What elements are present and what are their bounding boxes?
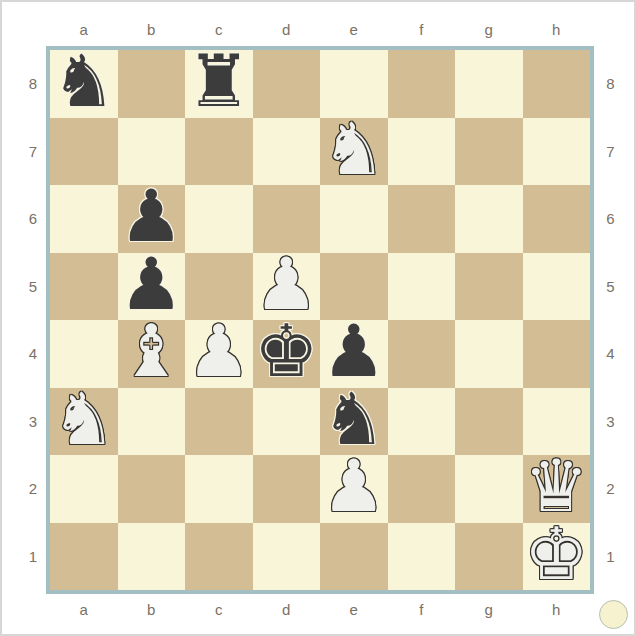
square-e1[interactable] xyxy=(320,523,388,591)
square-h4[interactable] xyxy=(523,320,591,388)
piece-black-pawn-b6[interactable]: ♟ xyxy=(119,183,184,251)
square-c8[interactable]: ♜ xyxy=(185,50,253,118)
piece-white-knight-a3[interactable]: ♞ xyxy=(51,386,116,454)
square-d8[interactable] xyxy=(253,50,321,118)
piece-white-queen-h2[interactable]: ♛ xyxy=(524,453,589,521)
chess-puzzle-page: abcdefgh 87654321 ♞♜♞♟♟♟♝♟♚♟♞♞♟♛♚ 876543… xyxy=(0,0,636,636)
file-label-g: g xyxy=(455,2,523,46)
square-g7[interactable] xyxy=(455,118,523,186)
side-to-move-indicator xyxy=(599,600,628,629)
file-label-a: a xyxy=(50,594,118,636)
square-f7[interactable] xyxy=(388,118,456,186)
square-f4[interactable] xyxy=(388,320,456,388)
rank-label-8: 8 xyxy=(2,50,46,118)
square-e7[interactable]: ♞ xyxy=(320,118,388,186)
square-g1[interactable] xyxy=(455,523,523,591)
piece-white-bishop-b4[interactable]: ♝ xyxy=(119,318,184,386)
square-d2[interactable] xyxy=(253,455,321,523)
piece-white-pawn-c4[interactable]: ♟ xyxy=(186,318,251,386)
square-a7[interactable] xyxy=(50,118,118,186)
rank-label-7: 7 xyxy=(594,118,636,186)
square-b8[interactable] xyxy=(118,50,186,118)
file-label-h: h xyxy=(523,2,591,46)
square-c2[interactable] xyxy=(185,455,253,523)
square-a6[interactable] xyxy=(50,185,118,253)
file-label-b: b xyxy=(118,594,186,636)
square-f5[interactable] xyxy=(388,253,456,321)
square-g8[interactable] xyxy=(455,50,523,118)
square-f2[interactable] xyxy=(388,455,456,523)
top-file-labels: abcdefgh xyxy=(50,2,590,46)
square-a2[interactable] xyxy=(50,455,118,523)
rank-label-3: 3 xyxy=(594,388,636,456)
rank-label-3: 3 xyxy=(2,388,46,456)
square-h6[interactable] xyxy=(523,185,591,253)
square-h7[interactable] xyxy=(523,118,591,186)
square-h5[interactable] xyxy=(523,253,591,321)
piece-black-king-d4[interactable]: ♚ xyxy=(254,318,319,386)
piece-black-knight-e3[interactable]: ♞ xyxy=(321,386,386,454)
rank-label-8: 8 xyxy=(594,50,636,118)
square-f6[interactable] xyxy=(388,185,456,253)
right-rank-labels: 87654321 xyxy=(594,50,636,590)
file-label-f: f xyxy=(388,2,456,46)
square-d7[interactable] xyxy=(253,118,321,186)
rank-label-5: 5 xyxy=(2,253,46,321)
square-g2[interactable] xyxy=(455,455,523,523)
chess-board: ♞♜♞♟♟♟♝♟♚♟♞♞♟♛♚ xyxy=(46,46,594,594)
rank-label-5: 5 xyxy=(594,253,636,321)
square-c4[interactable]: ♟ xyxy=(185,320,253,388)
square-b1[interactable] xyxy=(118,523,186,591)
square-e6[interactable] xyxy=(320,185,388,253)
rank-label-2: 2 xyxy=(594,455,636,523)
piece-black-pawn-b5[interactable]: ♟ xyxy=(119,251,184,319)
rank-label-1: 1 xyxy=(594,523,636,591)
square-b4[interactable]: ♝ xyxy=(118,320,186,388)
square-a3[interactable]: ♞ xyxy=(50,388,118,456)
file-label-g: g xyxy=(455,594,523,636)
square-h8[interactable] xyxy=(523,50,591,118)
file-label-c: c xyxy=(185,594,253,636)
square-f3[interactable] xyxy=(388,388,456,456)
square-g5[interactable] xyxy=(455,253,523,321)
rank-label-6: 6 xyxy=(594,185,636,253)
square-f1[interactable] xyxy=(388,523,456,591)
square-g3[interactable] xyxy=(455,388,523,456)
file-label-f: f xyxy=(388,594,456,636)
file-label-e: e xyxy=(320,594,388,636)
piece-white-pawn-d5[interactable]: ♟ xyxy=(254,251,319,319)
square-f8[interactable] xyxy=(388,50,456,118)
square-g6[interactable] xyxy=(455,185,523,253)
file-label-d: d xyxy=(253,2,321,46)
piece-white-king-h1[interactable]: ♚ xyxy=(524,521,589,589)
square-c1[interactable] xyxy=(185,523,253,591)
piece-black-rook-c8[interactable]: ♜ xyxy=(186,48,251,116)
rank-label-4: 4 xyxy=(594,320,636,388)
piece-white-pawn-e2[interactable]: ♟ xyxy=(321,453,386,521)
piece-white-knight-e7[interactable]: ♞ xyxy=(321,116,386,184)
square-h1[interactable]: ♚ xyxy=(523,523,591,591)
rank-label-6: 6 xyxy=(2,185,46,253)
square-c6[interactable] xyxy=(185,185,253,253)
rank-label-1: 1 xyxy=(2,523,46,591)
file-label-h: h xyxy=(523,594,591,636)
square-c3[interactable] xyxy=(185,388,253,456)
piece-black-pawn-e4[interactable]: ♟ xyxy=(321,318,386,386)
bottom-file-labels: abcdefgh xyxy=(50,594,590,636)
file-label-e: e xyxy=(320,2,388,46)
rank-label-4: 4 xyxy=(2,320,46,388)
file-label-d: d xyxy=(253,594,321,636)
square-d3[interactable] xyxy=(253,388,321,456)
square-c7[interactable] xyxy=(185,118,253,186)
rank-label-7: 7 xyxy=(2,118,46,186)
square-d1[interactable] xyxy=(253,523,321,591)
square-e2[interactable]: ♟ xyxy=(320,455,388,523)
square-a5[interactable] xyxy=(50,253,118,321)
file-label-b: b xyxy=(118,2,186,46)
square-b2[interactable] xyxy=(118,455,186,523)
rank-label-2: 2 xyxy=(2,455,46,523)
square-d4[interactable]: ♚ xyxy=(253,320,321,388)
square-a1[interactable] xyxy=(50,523,118,591)
square-b3[interactable] xyxy=(118,388,186,456)
square-g4[interactable] xyxy=(455,320,523,388)
left-rank-labels: 87654321 xyxy=(2,50,46,590)
piece-black-knight-a8[interactable]: ♞ xyxy=(51,48,116,116)
square-a8[interactable]: ♞ xyxy=(50,50,118,118)
